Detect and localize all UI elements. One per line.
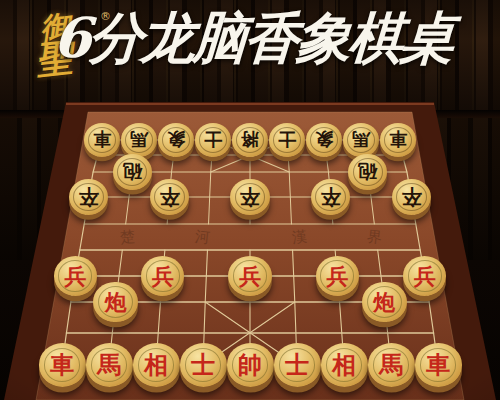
piece-character: 兵 [54, 256, 97, 296]
piece-red-chariot[interactable]: 車 [39, 343, 86, 386]
piece-character: 卒 [150, 179, 190, 215]
piece-red-general[interactable]: 帥 [227, 343, 274, 386]
piece-character: 車 [39, 343, 86, 386]
piece-character: 馬 [343, 123, 379, 156]
piece-character: 車 [380, 123, 416, 156]
piece-character: 兵 [228, 256, 271, 296]
piece-character: 車 [84, 123, 120, 156]
piece-black-advisor[interactable]: 士 [195, 123, 231, 156]
piece-red-horse[interactable]: 馬 [86, 343, 133, 386]
piece-character: 士 [195, 123, 231, 156]
piece-black-horse[interactable]: 馬 [121, 123, 157, 156]
piece-red-soldier[interactable]: 兵 [141, 256, 184, 296]
piece-red-chariot[interactable]: 車 [415, 343, 462, 386]
piece-red-soldier[interactable]: 兵 [54, 256, 97, 296]
piece-red-elephant[interactable]: 相 [321, 343, 368, 386]
piece-character: 相 [133, 343, 180, 386]
piece-character: 馬 [368, 343, 415, 386]
piece-black-general[interactable]: 將 [232, 123, 268, 156]
piece-character: 兵 [316, 256, 359, 296]
piece-red-soldier[interactable]: 兵 [316, 256, 359, 296]
piece-red-advisor[interactable]: 士 [274, 343, 321, 386]
piece-black-horse[interactable]: 馬 [343, 123, 379, 156]
piece-character: 士 [274, 343, 321, 386]
piece-character: 相 [321, 343, 368, 386]
piece-character: 帥 [227, 343, 274, 386]
piece-character: 將 [232, 123, 268, 156]
piece-character: 士 [180, 343, 227, 386]
piece-character: 兵 [141, 256, 184, 296]
piece-character: 炮 [93, 282, 138, 323]
piece-black-soldier[interactable]: 卒 [230, 179, 270, 215]
piece-character: 砲 [113, 154, 151, 189]
piece-red-soldier[interactable]: 兵 [228, 256, 271, 296]
piece-black-cannon[interactable]: 砲 [113, 154, 151, 189]
product-title: 6分龙脑香象棋桌 [51, 2, 500, 76]
piece-red-elephant[interactable]: 相 [133, 343, 180, 386]
piece-black-elephant[interactable]: 象 [158, 123, 194, 156]
piece-character: 象 [306, 123, 342, 156]
piece-character: 士 [269, 123, 305, 156]
piece-character: 炮 [362, 282, 407, 323]
piece-character: 象 [158, 123, 194, 156]
piece-character: 卒 [69, 179, 109, 215]
piece-black-soldier[interactable]: 卒 [311, 179, 351, 215]
piece-character: 卒 [311, 179, 351, 215]
piece-red-horse[interactable]: 馬 [368, 343, 415, 386]
piece-red-soldier[interactable]: 兵 [403, 256, 446, 296]
piece-black-chariot[interactable]: 車 [380, 123, 416, 156]
piece-black-soldier[interactable]: 卒 [69, 179, 109, 215]
piece-character: 砲 [348, 154, 386, 189]
piece-character: 卒 [230, 179, 270, 215]
piece-black-soldier[interactable]: 卒 [150, 179, 190, 215]
piece-red-advisor[interactable]: 士 [180, 343, 227, 386]
piece-black-cannon[interactable]: 砲 [348, 154, 386, 189]
piece-red-cannon[interactable]: 炮 [93, 282, 138, 323]
piece-red-cannon[interactable]: 炮 [362, 282, 407, 323]
piece-black-elephant[interactable]: 象 [306, 123, 342, 156]
piece-black-advisor[interactable]: 士 [269, 123, 305, 156]
product-photo: 楚河漢界 車馬象士將士象馬車砲砲卒卒卒卒卒兵兵兵兵兵炮炮車馬相士帥士相馬車 御 … [0, 0, 500, 400]
piece-character: 卒 [392, 179, 432, 215]
piece-character: 馬 [86, 343, 133, 386]
piece-character: 車 [415, 343, 462, 386]
piece-black-soldier[interactable]: 卒 [392, 179, 432, 215]
piece-black-chariot[interactable]: 車 [84, 123, 120, 156]
piece-character: 兵 [403, 256, 446, 296]
piece-character: 馬 [121, 123, 157, 156]
